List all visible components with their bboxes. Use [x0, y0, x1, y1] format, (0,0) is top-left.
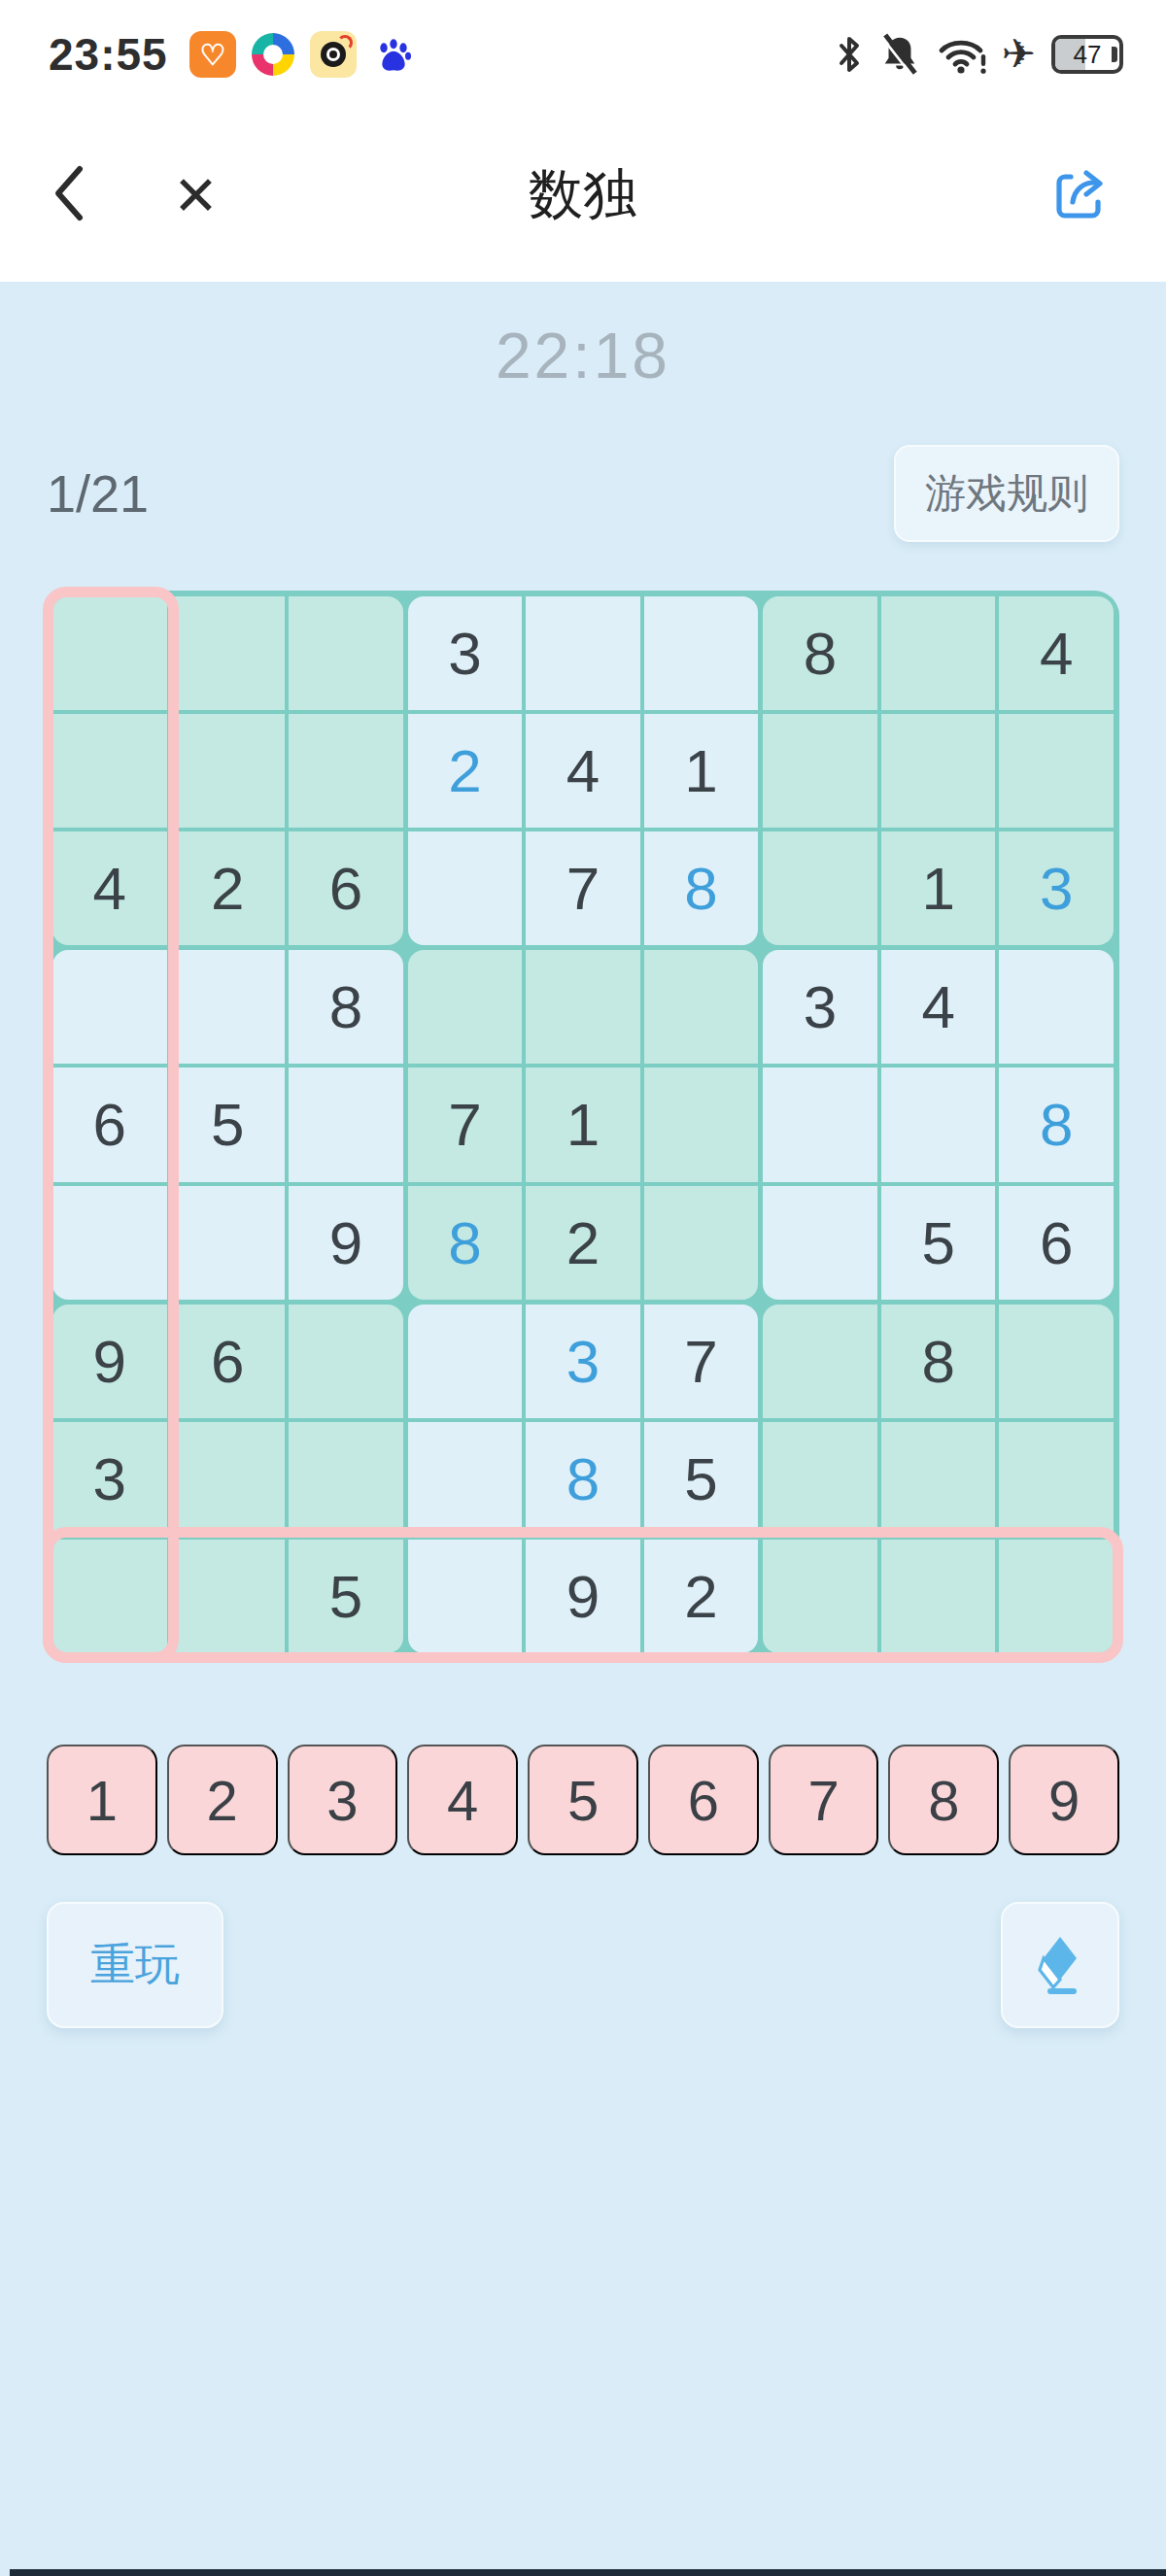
- cell-r1c9[interactable]: 4: [999, 596, 1114, 710]
- cell-r7c3[interactable]: [289, 1305, 403, 1418]
- cell-r2c9[interactable]: [999, 714, 1114, 828]
- given-digit: 6: [93, 1090, 126, 1159]
- box-8: 378592: [408, 1305, 759, 1653]
- numpad-1[interactable]: 1: [47, 1745, 157, 1855]
- status-bar: 23:55 ♡: [0, 0, 1166, 109]
- cell-r2c8[interactable]: [881, 714, 996, 828]
- cell-r3c7[interactable]: [763, 831, 877, 945]
- cell-r3c5[interactable]: 7: [526, 831, 640, 945]
- cell-r4c1[interactable]: [52, 950, 167, 1064]
- cell-r4c8[interactable]: 4: [881, 950, 996, 1064]
- numpad-6[interactable]: 6: [648, 1745, 759, 1855]
- cell-r5c3[interactable]: [289, 1068, 403, 1181]
- eraser-icon: [1030, 1933, 1090, 1997]
- given-digit: 9: [329, 1208, 362, 1277]
- clock-time: 23:55: [49, 28, 168, 81]
- numpad-3[interactable]: 3: [288, 1745, 398, 1855]
- given-digit: 8: [329, 972, 362, 1041]
- share-button[interactable]: [1051, 163, 1112, 227]
- cell-r3c8[interactable]: 1: [881, 831, 996, 945]
- box-7: 9635: [52, 1305, 403, 1653]
- given-digit: 6: [1040, 1208, 1073, 1277]
- number-pad: 123456789: [47, 1745, 1119, 1855]
- cell-r6c5[interactable]: 2: [526, 1186, 640, 1300]
- given-digit: 6: [329, 854, 362, 923]
- given-digit: 2: [566, 1208, 600, 1277]
- user-digit: 3: [566, 1327, 600, 1396]
- numpad-7[interactable]: 7: [769, 1745, 879, 1855]
- given-digit: 1: [684, 736, 717, 805]
- cell-r4c9[interactable]: [999, 950, 1114, 1064]
- given-digit: 9: [93, 1327, 126, 1396]
- cell-r6c4[interactable]: 8: [408, 1186, 523, 1300]
- numpad-2[interactable]: 2: [167, 1745, 278, 1855]
- user-digit: 3: [1040, 854, 1073, 923]
- game-timer: 22:18: [47, 319, 1119, 392]
- given-digit: 3: [93, 1444, 126, 1513]
- cell-r5c4[interactable]: 7: [408, 1068, 523, 1181]
- cell-r7c9[interactable]: [999, 1305, 1114, 1418]
- cell-r4c2[interactable]: [171, 950, 286, 1064]
- user-digit: 8: [448, 1208, 481, 1277]
- cell-r5c6[interactable]: [644, 1068, 759, 1181]
- cell-r3c1[interactable]: 4: [52, 831, 167, 945]
- cell-r8c5[interactable]: 8: [526, 1422, 640, 1536]
- numpad-5[interactable]: 5: [528, 1745, 638, 1855]
- cell-r2c3[interactable]: [289, 714, 403, 828]
- cell-r8c9[interactable]: [999, 1422, 1114, 1536]
- rules-button[interactable]: 游戏规则: [894, 445, 1119, 542]
- box-4: 8659: [52, 950, 403, 1299]
- baidu-app-icon: [370, 31, 417, 78]
- cell-r7c7[interactable]: [763, 1305, 877, 1418]
- cell-r7c5[interactable]: 3: [526, 1305, 640, 1418]
- bluetooth-icon: [835, 33, 864, 76]
- cell-r9c3[interactable]: 5: [289, 1540, 403, 1653]
- given-digit: 1: [921, 854, 954, 923]
- user-digit: 2: [448, 736, 481, 805]
- cell-r6c3[interactable]: 9: [289, 1186, 403, 1300]
- given-digit: 5: [921, 1208, 954, 1277]
- page-title: 数独: [0, 158, 1166, 232]
- cell-r5c9[interactable]: 8: [999, 1068, 1114, 1181]
- given-digit: 4: [93, 854, 126, 923]
- heart-app-icon: ♡: [189, 31, 236, 78]
- battery-icon: 47: [1051, 35, 1117, 74]
- airplane-mode-icon: ✈: [1002, 34, 1036, 75]
- wifi-alert-icon: [936, 33, 986, 76]
- cell-r8c4[interactable]: [408, 1422, 523, 1536]
- given-digit: 8: [804, 619, 837, 688]
- cell-r6c9[interactable]: 6: [999, 1186, 1114, 1300]
- gesture-bar: [10, 2569, 1166, 2576]
- cell-r9c7[interactable]: [763, 1540, 877, 1653]
- box-5: 7182: [408, 950, 759, 1299]
- given-digit: 5: [684, 1444, 717, 1513]
- given-digit: 5: [329, 1562, 362, 1631]
- numpad-8[interactable]: 8: [888, 1745, 999, 1855]
- cell-r4c6[interactable]: [644, 950, 759, 1064]
- cell-r5c7[interactable]: [763, 1068, 877, 1181]
- given-digit: 2: [684, 1562, 717, 1631]
- cell-r6c2[interactable]: [171, 1186, 286, 1300]
- box-3: 8413: [763, 596, 1114, 945]
- cell-r8c8[interactable]: [881, 1422, 996, 1536]
- cell-r1c6[interactable]: [644, 596, 759, 710]
- cell-r7c2[interactable]: 6: [171, 1305, 286, 1418]
- cell-r1c5[interactable]: [526, 596, 640, 710]
- cell-r2c4[interactable]: 2: [408, 714, 523, 828]
- cell-r9c2[interactable]: [171, 1540, 286, 1653]
- given-digit: 7: [448, 1090, 481, 1159]
- cell-r1c4[interactable]: 3: [408, 596, 523, 710]
- cell-r9c5[interactable]: 9: [526, 1540, 640, 1653]
- box-6: 34856: [763, 950, 1114, 1299]
- cell-r2c6[interactable]: 1: [644, 714, 759, 828]
- cell-r8c1[interactable]: 3: [52, 1422, 167, 1536]
- cell-r1c7[interactable]: 8: [763, 596, 877, 710]
- given-digit: 5: [211, 1090, 244, 1159]
- cell-r4c7[interactable]: 3: [763, 950, 877, 1064]
- eraser-button[interactable]: [1001, 1902, 1119, 2028]
- cell-r8c3[interactable]: [289, 1422, 403, 1536]
- given-digit: 4: [1040, 619, 1073, 688]
- cell-r5c5[interactable]: 1: [526, 1068, 640, 1181]
- replay-button[interactable]: 重玩: [47, 1902, 223, 2028]
- game-area: 22:18 1/21 游戏规则 426324178841386597182348…: [0, 319, 1166, 2028]
- cell-r9c6[interactable]: 2: [644, 1540, 759, 1653]
- user-digit: 8: [566, 1444, 600, 1513]
- cell-r1c2[interactable]: [171, 596, 286, 710]
- user-digit: 8: [684, 854, 717, 923]
- cell-r7c1[interactable]: 9: [52, 1305, 167, 1418]
- sudoku-board: 4263241788413865971823485696353785928: [47, 591, 1119, 1659]
- cell-r6c6[interactable]: [644, 1186, 759, 1300]
- cell-r9c1[interactable]: [52, 1540, 167, 1653]
- given-digit: 2: [211, 854, 244, 923]
- cell-r3c2[interactable]: 2: [171, 831, 286, 945]
- cell-r9c8[interactable]: [881, 1540, 996, 1653]
- cell-r4c4[interactable]: [408, 950, 523, 1064]
- box-1: 426: [52, 596, 403, 945]
- cell-r4c5[interactable]: [526, 950, 640, 1064]
- cell-r5c8[interactable]: [881, 1068, 996, 1181]
- level-indicator: 1/21: [47, 463, 149, 524]
- cell-r5c1[interactable]: 6: [52, 1068, 167, 1181]
- given-digit: 4: [921, 972, 954, 1041]
- weibo-app-icon: [310, 31, 357, 78]
- cell-r8c6[interactable]: 5: [644, 1422, 759, 1536]
- cell-r3c4[interactable]: [408, 831, 523, 945]
- cell-r3c6[interactable]: 8: [644, 831, 759, 945]
- given-digit: 1: [566, 1090, 600, 1159]
- user-digit: 8: [1040, 1090, 1073, 1159]
- box-9: 8: [763, 1305, 1114, 1653]
- cell-r1c3[interactable]: [289, 596, 403, 710]
- notification-app-icons: ♡: [189, 31, 417, 78]
- numpad-4[interactable]: 4: [407, 1745, 518, 1855]
- pinwheel-app-icon: [250, 31, 296, 78]
- numpad-9[interactable]: 9: [1009, 1745, 1119, 1855]
- cell-r2c7[interactable]: [763, 714, 877, 828]
- cell-r6c1[interactable]: [52, 1186, 167, 1300]
- cell-r7c6[interactable]: 7: [644, 1305, 759, 1418]
- given-digit: 4: [566, 736, 600, 805]
- cell-r1c8[interactable]: [881, 596, 996, 710]
- cell-r1c1[interactable]: [52, 596, 167, 710]
- mute-bell-icon: [879, 33, 920, 76]
- cell-r9c9[interactable]: [999, 1540, 1114, 1653]
- system-status-icons: ✈ 47: [835, 33, 1117, 76]
- given-digit: 3: [448, 619, 481, 688]
- cell-r2c1[interactable]: [52, 714, 167, 828]
- battery-percent: 47: [1074, 40, 1102, 70]
- given-digit: 3: [804, 972, 837, 1041]
- cell-r3c9[interactable]: 3: [999, 831, 1114, 945]
- cell-r6c8[interactable]: 5: [881, 1186, 996, 1300]
- cell-r6c7[interactable]: [763, 1186, 877, 1300]
- given-digit: 7: [566, 854, 600, 923]
- cell-r9c4[interactable]: [408, 1540, 523, 1653]
- given-digit: 9: [566, 1562, 600, 1631]
- title-bar: ✕ 数独: [0, 109, 1166, 282]
- cell-r3c3[interactable]: 6: [289, 831, 403, 945]
- cell-r2c5[interactable]: 4: [526, 714, 640, 828]
- cell-r7c4[interactable]: [408, 1305, 523, 1418]
- cell-r8c7[interactable]: [763, 1422, 877, 1536]
- given-digit: 7: [684, 1327, 717, 1396]
- box-2: 324178: [408, 596, 759, 945]
- cell-r5c2[interactable]: 5: [171, 1068, 286, 1181]
- cell-r4c3[interactable]: 8: [289, 950, 403, 1064]
- cell-r8c2[interactable]: [171, 1422, 286, 1536]
- given-digit: 6: [211, 1327, 244, 1396]
- cell-r2c2[interactable]: [171, 714, 286, 828]
- cell-r7c8[interactable]: 8: [881, 1305, 996, 1418]
- given-digit: 8: [921, 1327, 954, 1396]
